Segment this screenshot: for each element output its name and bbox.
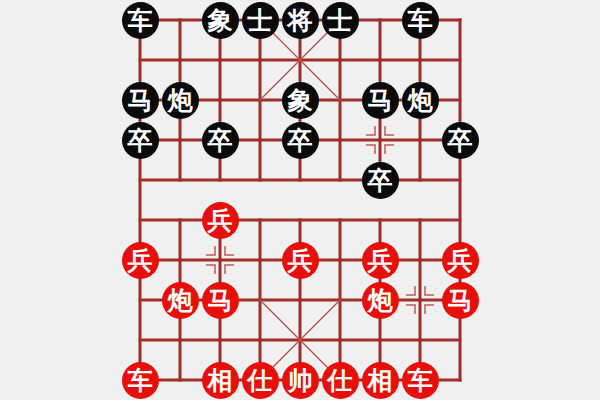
red-general[interactable]: 帅: [282, 362, 319, 399]
board-point-3-2[interactable]: [200, 40, 240, 80]
black-elephant[interactable]: 象: [202, 2, 239, 39]
board-point-6-10[interactable]: 仕: [320, 360, 360, 400]
board-point-8-8[interactable]: [400, 280, 440, 320]
board-point-5-3[interactable]: 象: [280, 80, 320, 120]
board-point-4-5[interactable]: [240, 160, 280, 200]
board-point-2-10[interactable]: [160, 360, 200, 400]
board-point-3-6[interactable]: 兵: [200, 200, 240, 240]
red-horse[interactable]: 马: [202, 282, 239, 319]
red-chariot[interactable]: 车: [402, 362, 439, 399]
board-point-9-8[interactable]: 马: [440, 280, 480, 320]
black-cannon[interactable]: 炮: [162, 82, 199, 119]
black-general[interactable]: 将: [282, 2, 319, 39]
red-soldier[interactable]: 兵: [202, 202, 239, 239]
board-point-8-7[interactable]: [400, 240, 440, 280]
red-elephant[interactable]: 相: [202, 362, 239, 399]
board-point-3-10[interactable]: 相: [200, 360, 240, 400]
board-point-7-8[interactable]: 炮: [360, 280, 400, 320]
board-point-2-3[interactable]: 炮: [160, 80, 200, 120]
board-point-6-8[interactable]: [320, 280, 360, 320]
black-chariot[interactable]: 车: [122, 2, 159, 39]
board-point-2-6[interactable]: [160, 200, 200, 240]
board-point-3-8[interactable]: 马: [200, 280, 240, 320]
board-point-4-6[interactable]: [240, 200, 280, 240]
board-point-7-1[interactable]: [360, 0, 400, 40]
board-point-2-7[interactable]: [160, 240, 200, 280]
board-point-1-2[interactable]: [120, 40, 160, 80]
board-point-3-5[interactable]: [200, 160, 240, 200]
red-chariot[interactable]: 车: [122, 362, 159, 399]
board-point-3-4[interactable]: 卒: [200, 120, 240, 160]
board-point-3-9[interactable]: [200, 320, 240, 360]
black-cannon[interactable]: 炮: [402, 82, 439, 119]
board-point-4-10[interactable]: 仕: [240, 360, 280, 400]
black-horse[interactable]: 马: [122, 82, 159, 119]
black-soldier[interactable]: 卒: [202, 122, 239, 159]
board-point-8-3[interactable]: 炮: [400, 80, 440, 120]
board-point-4-3[interactable]: [240, 80, 280, 120]
board-point-9-9[interactable]: [440, 320, 480, 360]
board-point-6-3[interactable]: [320, 80, 360, 120]
board-point-9-10[interactable]: [440, 360, 480, 400]
board-point-9-7[interactable]: 兵: [440, 240, 480, 280]
board-point-6-4[interactable]: [320, 120, 360, 160]
board-point-9-4[interactable]: 卒: [440, 120, 480, 160]
board-point-5-6[interactable]: [280, 200, 320, 240]
board-point-5-2[interactable]: [280, 40, 320, 80]
board-point-7-3[interactable]: 马: [360, 80, 400, 120]
board-point-1-4[interactable]: 卒: [120, 120, 160, 160]
board-point-8-5[interactable]: [400, 160, 440, 200]
board-point-6-5[interactable]: [320, 160, 360, 200]
board-point-7-7[interactable]: 兵: [360, 240, 400, 280]
board-point-3-7[interactable]: [200, 240, 240, 280]
red-soldier[interactable]: 兵: [442, 242, 479, 279]
red-elephant[interactable]: 相: [362, 362, 399, 399]
black-soldier[interactable]: 卒: [122, 122, 159, 159]
board-point-4-9[interactable]: [240, 320, 280, 360]
board-point-3-1[interactable]: 象: [200, 0, 240, 40]
board-point-5-4[interactable]: 卒: [280, 120, 320, 160]
board-point-2-5[interactable]: [160, 160, 200, 200]
board-point-9-2[interactable]: [440, 40, 480, 80]
red-advisor[interactable]: 仕: [242, 362, 279, 399]
red-cannon[interactable]: 炮: [362, 282, 399, 319]
board-point-5-5[interactable]: [280, 160, 320, 200]
board-point-7-9[interactable]: [360, 320, 400, 360]
black-elephant[interactable]: 象: [282, 82, 319, 119]
black-advisor[interactable]: 士: [242, 2, 279, 39]
board-point-6-1[interactable]: 士: [320, 0, 360, 40]
red-soldier[interactable]: 兵: [122, 242, 159, 279]
board-point-3-3[interactable]: [200, 80, 240, 120]
board-point-9-1[interactable]: [440, 0, 480, 40]
board-point-2-2[interactable]: [160, 40, 200, 80]
board-point-4-4[interactable]: [240, 120, 280, 160]
board-point-9-3[interactable]: [440, 80, 480, 120]
black-soldier[interactable]: 卒: [282, 122, 319, 159]
board-point-5-8[interactable]: [280, 280, 320, 320]
board-point-1-9[interactable]: [120, 320, 160, 360]
board-point-7-10[interactable]: 相: [360, 360, 400, 400]
board-point-8-2[interactable]: [400, 40, 440, 80]
board-point-7-2[interactable]: [360, 40, 400, 80]
board-point-1-10[interactable]: 车: [120, 360, 160, 400]
board-point-1-8[interactable]: [120, 280, 160, 320]
board-point-8-10[interactable]: 车: [400, 360, 440, 400]
board-point-2-1[interactable]: [160, 0, 200, 40]
board-point-9-5[interactable]: [440, 160, 480, 200]
board-point-4-8[interactable]: [240, 280, 280, 320]
black-advisor[interactable]: 士: [322, 2, 359, 39]
board-point-9-6[interactable]: [440, 200, 480, 240]
red-horse[interactable]: 马: [442, 282, 479, 319]
red-advisor[interactable]: 仕: [322, 362, 359, 399]
black-soldier[interactable]: 卒: [442, 122, 479, 159]
red-soldier[interactable]: 兵: [282, 242, 319, 279]
board-point-2-4[interactable]: [160, 120, 200, 160]
board-point-6-9[interactable]: [320, 320, 360, 360]
board-point-8-9[interactable]: [400, 320, 440, 360]
black-chariot[interactable]: 车: [402, 2, 439, 39]
board-point-1-3[interactable]: 马: [120, 80, 160, 120]
board-point-7-5[interactable]: 卒: [360, 160, 400, 200]
xiangqi-board: 车象士将士车马炮象马炮卒卒卒卒卒兵兵兵兵兵炮马炮马车相仕帅仕相车: [0, 0, 600, 400]
board-point-6-7[interactable]: [320, 240, 360, 280]
black-horse[interactable]: 马: [362, 82, 399, 119]
board-point-7-4[interactable]: [360, 120, 400, 160]
board-point-4-1[interactable]: 士: [240, 0, 280, 40]
board-point-8-6[interactable]: [400, 200, 440, 240]
board-point-8-1[interactable]: 车: [400, 0, 440, 40]
board-point-6-2[interactable]: [320, 40, 360, 80]
board-point-8-4[interactable]: [400, 120, 440, 160]
board-point-1-5[interactable]: [120, 160, 160, 200]
board-point-7-6[interactable]: [360, 200, 400, 240]
board-point-5-1[interactable]: 将: [280, 0, 320, 40]
board-point-5-7[interactable]: 兵: [280, 240, 320, 280]
board-point-1-6[interactable]: [120, 200, 160, 240]
board-point-4-2[interactable]: [240, 40, 280, 80]
red-cannon[interactable]: 炮: [162, 282, 199, 319]
board-point-1-1[interactable]: 车: [120, 0, 160, 40]
board-point-4-7[interactable]: [240, 240, 280, 280]
red-soldier[interactable]: 兵: [362, 242, 399, 279]
board-point-6-6[interactable]: [320, 200, 360, 240]
black-soldier[interactable]: 卒: [362, 162, 399, 199]
board-point-2-8[interactable]: 炮: [160, 280, 200, 320]
board-points: 车象士将士车马炮象马炮卒卒卒卒卒兵兵兵兵兵炮马炮马车相仕帅仕相车: [120, 0, 480, 400]
board-point-1-7[interactable]: 兵: [120, 240, 160, 280]
board-point-2-9[interactable]: [160, 320, 200, 360]
board-point-5-10[interactable]: 帅: [280, 360, 320, 400]
board-point-5-9[interactable]: [280, 320, 320, 360]
